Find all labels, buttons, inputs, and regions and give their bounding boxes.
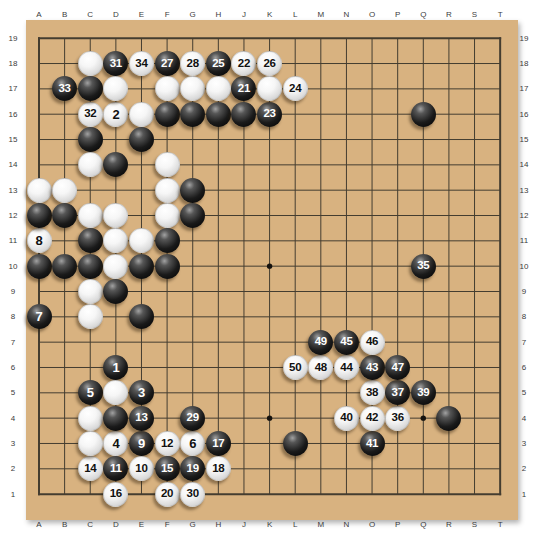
stone-white[interactable] [78,406,103,431]
column-label-top: F [159,10,175,19]
stone-white[interactable] [78,51,103,76]
stone-black[interactable] [283,431,308,456]
stone-black-move-45[interactable]: 45 [334,330,359,355]
stone-black[interactable] [436,406,461,431]
row-label-left: 19 [3,34,23,43]
column-label-bottom: L [287,520,303,529]
row-label-right: 15 [514,135,534,144]
column-label-top: H [210,10,226,19]
row-label-right: 9 [514,287,534,296]
stone-white-move-30[interactable]: 30 [180,482,205,507]
stone-black[interactable] [27,203,52,228]
column-label-bottom: O [364,520,380,529]
stone-black[interactable] [129,127,154,152]
row-label-left: 18 [3,59,23,68]
stone-black[interactable] [78,127,103,152]
column-label-top: K [262,10,278,19]
row-label-left: 11 [3,236,23,245]
star-point [421,415,426,420]
stone-black-move-17[interactable]: 17 [206,431,231,456]
stone-white-move-38[interactable]: 38 [360,380,385,405]
column-label-top: D [108,10,124,19]
column-label-top: O [364,10,380,19]
stone-white-move-14[interactable]: 14 [78,456,103,481]
stone-black[interactable] [27,254,52,279]
stone-black[interactable] [206,102,231,127]
row-label-left: 16 [3,110,23,119]
row-label-right: 16 [514,110,534,119]
stone-white[interactable] [155,152,180,177]
column-label-bottom: P [390,520,406,529]
column-label-top: A [31,10,47,19]
column-label-bottom: D [108,520,124,529]
stone-black-move-47[interactable]: 47 [385,355,410,380]
stone-black[interactable] [52,203,77,228]
row-label-right: 2 [514,464,534,473]
stone-black[interactable] [103,406,128,431]
stone-black[interactable] [155,102,180,127]
stone-black[interactable] [231,102,256,127]
row-label-left: 8 [3,312,23,321]
stone-black-move-13[interactable]: 13 [129,406,154,431]
column-label-bottom: R [441,520,457,529]
row-label-right: 4 [514,414,534,423]
column-label-bottom: T [492,520,508,529]
stone-black[interactable] [180,178,205,203]
stone-black-move-5[interactable]: 5 [78,380,103,405]
stone-white-move-40[interactable]: 40 [334,406,359,431]
stone-white[interactable] [155,203,180,228]
column-label-top: C [82,10,98,19]
stone-white[interactable] [155,76,180,101]
column-label-bottom: B [57,520,73,529]
column-label-bottom: G [185,520,201,529]
stone-white-move-8[interactable]: 8 [27,228,52,253]
star-point [267,263,272,268]
row-label-right: 1 [514,490,534,499]
row-label-right: 17 [514,84,534,93]
row-label-right: 19 [514,34,534,43]
stone-white-move-50[interactable]: 50 [283,355,308,380]
stone-white-move-18[interactable]: 18 [206,456,231,481]
column-label-top: T [492,10,508,19]
column-label-bottom: E [133,520,149,529]
row-label-left: 13 [3,186,23,195]
stone-black-move-43[interactable]: 43 [360,355,385,380]
stone-white-move-2[interactable]: 2 [103,102,128,127]
stone-white-move-16[interactable]: 16 [103,482,128,507]
row-label-right: 6 [514,363,534,372]
column-label-top: N [338,10,354,19]
column-label-bottom: H [210,520,226,529]
stone-white[interactable] [103,254,128,279]
go-diagram: AABBCCDDEEFFGGHHJJKKLLMMNNOOPPQQRRSSTT19… [0,0,540,540]
row-label-right: 5 [514,388,534,397]
column-label-bottom: N [338,520,354,529]
stone-black[interactable] [180,102,205,127]
stone-white-move-12[interactable]: 12 [155,431,180,456]
column-label-top: J [236,10,252,19]
stone-white-move-32[interactable]: 32 [78,102,103,127]
stone-black-move-23[interactable]: 23 [257,102,282,127]
stone-black[interactable] [78,254,103,279]
column-label-top: M [313,10,329,19]
stone-black[interactable] [52,254,77,279]
column-label-bottom: M [313,520,329,529]
row-label-right: 3 [514,439,534,448]
stone-black-move-41[interactable]: 41 [360,431,385,456]
column-label-top: B [57,10,73,19]
stone-white-move-24[interactable]: 24 [283,76,308,101]
column-label-bottom: F [159,520,175,529]
row-label-left: 5 [3,388,23,397]
stone-black-move-15[interactable]: 15 [155,456,180,481]
row-label-left: 4 [3,414,23,423]
row-label-left: 15 [3,135,23,144]
stone-white[interactable] [52,178,77,203]
stone-black[interactable] [411,102,436,127]
stone-white-move-20[interactable]: 20 [155,482,180,507]
row-label-left: 6 [3,363,23,372]
stone-black-move-35[interactable]: 35 [411,254,436,279]
column-label-top: R [441,10,457,19]
column-label-top: P [390,10,406,19]
row-label-left: 2 [3,464,23,473]
row-label-left: 1 [3,490,23,499]
stone-white-move-46[interactable]: 46 [360,330,385,355]
stone-white-move-36[interactable]: 36 [385,406,410,431]
row-label-left: 14 [3,160,23,169]
stone-black-move-27[interactable]: 27 [155,51,180,76]
column-label-top: S [467,10,483,19]
row-label-right: 13 [514,186,534,195]
stone-white-move-44[interactable]: 44 [334,355,359,380]
column-label-top: G [185,10,201,19]
row-label-left: 10 [3,262,23,271]
row-label-right: 8 [514,312,534,321]
column-label-bottom: Q [415,520,431,529]
stone-black-move-49[interactable]: 49 [308,330,333,355]
star-point [267,415,272,420]
row-label-right: 18 [514,59,534,68]
stone-black[interactable] [155,254,180,279]
row-label-right: 11 [514,236,534,245]
stone-black[interactable] [155,228,180,253]
column-label-bottom: A [31,520,47,529]
stone-white-move-34[interactable]: 34 [129,51,154,76]
row-label-left: 12 [3,211,23,220]
row-label-right: 7 [514,338,534,347]
row-label-left: 7 [3,338,23,347]
stone-black[interactable] [78,76,103,101]
column-label-top: E [133,10,149,19]
row-label-right: 14 [514,160,534,169]
stone-white[interactable] [78,152,103,177]
column-label-bottom: C [82,520,98,529]
column-label-bottom: K [262,520,278,529]
column-label-bottom: J [236,520,252,529]
stone-black[interactable] [129,254,154,279]
stone-white[interactable] [27,178,52,203]
column-label-top: L [287,10,303,19]
stone-black-move-29[interactable]: 29 [180,406,205,431]
stone-white[interactable] [78,203,103,228]
stone-white-move-26[interactable]: 26 [257,51,282,76]
stone-white[interactable] [155,178,180,203]
column-label-top: Q [415,10,431,19]
stone-white[interactable] [78,304,103,329]
stone-black-move-25[interactable]: 25 [206,51,231,76]
row-label-left: 9 [3,287,23,296]
stone-black[interactable] [78,228,103,253]
stone-white[interactable] [129,102,154,127]
row-label-right: 10 [514,262,534,271]
row-label-left: 3 [3,439,23,448]
column-label-bottom: S [467,520,483,529]
stone-white[interactable] [78,431,103,456]
stone-black-move-7[interactable]: 7 [27,304,52,329]
stone-black-move-39[interactable]: 39 [411,380,436,405]
stone-black-move-9[interactable]: 9 [129,431,154,456]
row-label-right: 12 [514,211,534,220]
stone-white[interactable] [78,279,103,304]
row-label-left: 17 [3,84,23,93]
stone-white-move-42[interactable]: 42 [360,406,385,431]
